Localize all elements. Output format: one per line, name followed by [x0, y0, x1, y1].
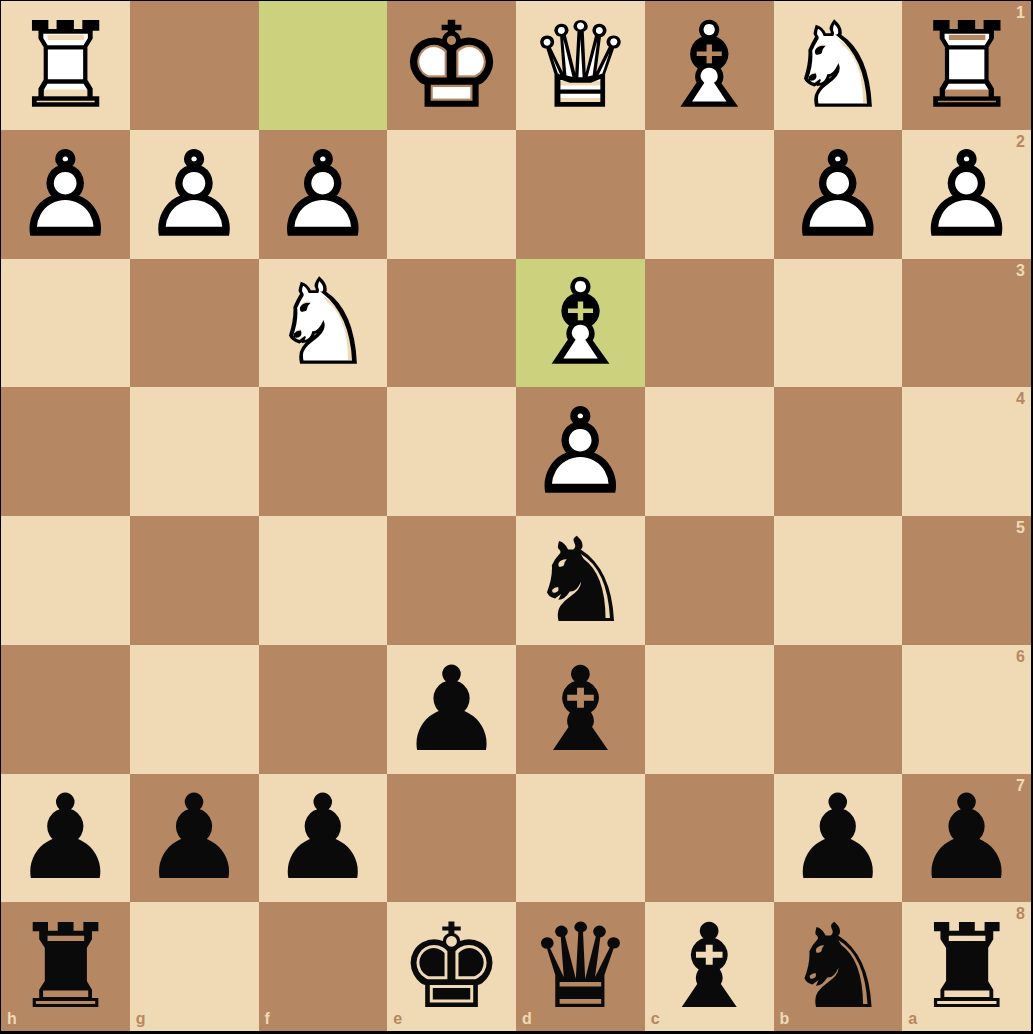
square-e5[interactable]: [387, 516, 516, 645]
square-h6[interactable]: [1, 645, 130, 774]
piece-glyph: ♛: [516, 902, 645, 1031]
piece-white-king[interactable]: ♚♔: [387, 1, 516, 130]
square-e1[interactable]: ♚♔: [387, 1, 516, 130]
piece-white-pawn[interactable]: ♟♙: [130, 130, 259, 259]
square-a6[interactable]: 6: [902, 645, 1031, 774]
square-f3[interactable]: ♞♘: [259, 259, 388, 388]
file-label-f: f: [265, 1010, 270, 1028]
square-d8[interactable]: d♛: [516, 902, 645, 1031]
piece-black-pawn[interactable]: ♟: [774, 774, 903, 903]
square-b5[interactable]: [774, 516, 903, 645]
rank-label-4: 4: [1016, 390, 1025, 408]
piece-black-queen[interactable]: ♛: [516, 902, 645, 1031]
square-h2[interactable]: ♟♙: [1, 130, 130, 259]
square-a8[interactable]: 8a♜: [902, 902, 1031, 1031]
square-d1[interactable]: ♛♕: [516, 1, 645, 130]
piece-glyph: ♝: [516, 645, 645, 774]
square-g2[interactable]: ♟♙: [130, 130, 259, 259]
piece-glyph: ♟: [774, 774, 903, 903]
piece-black-pawn[interactable]: ♟: [902, 774, 1031, 903]
square-b6[interactable]: [774, 645, 903, 774]
piece-black-knight[interactable]: ♞: [516, 516, 645, 645]
square-e8[interactable]: e♚: [387, 902, 516, 1031]
square-h7[interactable]: ♟: [1, 774, 130, 903]
square-h8[interactable]: h♜: [1, 902, 130, 1031]
square-a1[interactable]: 1♜♖: [902, 1, 1031, 130]
square-f6[interactable]: [259, 645, 388, 774]
square-a2[interactable]: 2♟♙: [902, 130, 1031, 259]
square-c8[interactable]: c♝: [645, 902, 774, 1031]
piece-glyph-outline: ♖: [902, 1, 1031, 130]
piece-white-queen[interactable]: ♛♕: [516, 1, 645, 130]
file-label-g: g: [136, 1010, 146, 1028]
square-f8[interactable]: f: [259, 902, 388, 1031]
piece-white-pawn[interactable]: ♟♙: [902, 130, 1031, 259]
square-g5[interactable]: [130, 516, 259, 645]
piece-white-bishop[interactable]: ♝♗: [516, 259, 645, 388]
square-c1[interactable]: ♝♗: [645, 1, 774, 130]
piece-glyph-outline: ♘: [774, 1, 903, 130]
piece-white-pawn[interactable]: ♟♙: [259, 130, 388, 259]
square-b3[interactable]: [774, 259, 903, 388]
piece-black-king[interactable]: ♚: [387, 902, 516, 1031]
square-f4[interactable]: [259, 387, 388, 516]
square-e2[interactable]: [387, 130, 516, 259]
piece-glyph-outline: ♔: [387, 1, 516, 130]
square-d3[interactable]: ♝♗: [516, 259, 645, 388]
piece-white-pawn[interactable]: ♟♙: [516, 387, 645, 516]
piece-glyph: ♟: [259, 774, 388, 903]
piece-black-bishop[interactable]: ♝: [645, 902, 774, 1031]
square-e7[interactable]: [387, 774, 516, 903]
piece-glyph: ♞: [516, 516, 645, 645]
piece-black-knight[interactable]: ♞: [774, 902, 903, 1031]
piece-white-rook[interactable]: ♜♖: [902, 1, 1031, 130]
square-e3[interactable]: [387, 259, 516, 388]
square-a5[interactable]: 5: [902, 516, 1031, 645]
piece-black-bishop[interactable]: ♝: [516, 645, 645, 774]
piece-glyph-outline: ♖: [1, 1, 130, 130]
square-h1[interactable]: ♜♖: [1, 1, 130, 130]
piece-glyph-outline: ♙: [516, 387, 645, 516]
piece-black-pawn[interactable]: ♟: [259, 774, 388, 903]
square-d4[interactable]: ♟♙: [516, 387, 645, 516]
piece-glyph-outline: ♙: [774, 130, 903, 259]
piece-glyph-outline: ♙: [259, 130, 388, 259]
square-c4[interactable]: [645, 387, 774, 516]
square-h5[interactable]: [1, 516, 130, 645]
piece-glyph-outline: ♘: [259, 259, 388, 388]
square-b4[interactable]: [774, 387, 903, 516]
square-c5[interactable]: [645, 516, 774, 645]
square-a4[interactable]: 4: [902, 387, 1031, 516]
piece-black-pawn[interactable]: ♟: [387, 645, 516, 774]
square-e6[interactable]: ♟: [387, 645, 516, 774]
piece-glyph-outline: ♕: [516, 1, 645, 130]
piece-glyph: ♝: [645, 902, 774, 1031]
square-a3[interactable]: 3: [902, 259, 1031, 388]
square-a7[interactable]: 7♟: [902, 774, 1031, 903]
piece-glyph-outline: ♙: [130, 130, 259, 259]
piece-glyph: ♟: [130, 774, 259, 903]
square-d5[interactable]: ♞: [516, 516, 645, 645]
piece-white-bishop[interactable]: ♝♗: [645, 1, 774, 130]
square-h3[interactable]: [1, 259, 130, 388]
piece-glyph: ♟: [1, 774, 130, 903]
square-h4[interactable]: [1, 387, 130, 516]
piece-white-pawn[interactable]: ♟♙: [774, 130, 903, 259]
piece-black-pawn[interactable]: ♟: [1, 774, 130, 903]
rank-label-3: 3: [1016, 262, 1025, 280]
rank-label-5: 5: [1016, 519, 1025, 537]
piece-glyph-outline: ♙: [902, 130, 1031, 259]
square-c6[interactable]: [645, 645, 774, 774]
square-b8[interactable]: b♞: [774, 902, 903, 1031]
chess-board: ♜♖♚♔♛♕♝♗♞♘1♜♖♟♙♟♙♟♙♟♙2♟♙♞♘♝♗3♟♙4♞5♟♝6♟♟♟…: [0, 0, 1033, 1034]
square-b2[interactable]: ♟♙: [774, 130, 903, 259]
square-g8[interactable]: g: [130, 902, 259, 1031]
square-c7[interactable]: [645, 774, 774, 903]
square-b7[interactable]: ♟: [774, 774, 903, 903]
piece-white-rook[interactable]: ♜♖: [1, 1, 130, 130]
square-c3[interactable]: [645, 259, 774, 388]
square-g4[interactable]: [130, 387, 259, 516]
square-f7[interactable]: ♟: [259, 774, 388, 903]
square-f5[interactable]: [259, 516, 388, 645]
piece-glyph: ♜: [1, 902, 130, 1031]
square-e4[interactable]: [387, 387, 516, 516]
piece-white-pawn[interactable]: ♟♙: [1, 130, 130, 259]
square-f1[interactable]: [259, 1, 388, 130]
square-g3[interactable]: [130, 259, 259, 388]
piece-white-knight[interactable]: ♞♘: [774, 1, 903, 130]
rank-label-6: 6: [1016, 648, 1025, 666]
square-f2[interactable]: ♟♙: [259, 130, 388, 259]
piece-glyph: ♚: [387, 902, 516, 1031]
square-d2[interactable]: [516, 130, 645, 259]
piece-glyph: ♞: [774, 902, 903, 1031]
piece-glyph-outline: ♗: [516, 259, 645, 388]
piece-glyph-outline: ♗: [645, 1, 774, 130]
piece-glyph: ♜: [902, 902, 1031, 1031]
piece-white-knight[interactable]: ♞♘: [259, 259, 388, 388]
piece-black-pawn[interactable]: ♟: [130, 774, 259, 903]
piece-black-rook[interactable]: ♜: [1, 902, 130, 1031]
square-g7[interactable]: ♟: [130, 774, 259, 903]
square-c2[interactable]: [645, 130, 774, 259]
square-b1[interactable]: ♞♘: [774, 1, 903, 130]
piece-glyph: ♟: [902, 774, 1031, 903]
piece-glyph-outline: ♙: [1, 130, 130, 259]
square-d7[interactable]: [516, 774, 645, 903]
square-g6[interactable]: [130, 645, 259, 774]
piece-black-rook[interactable]: ♜: [902, 902, 1031, 1031]
square-d6[interactable]: ♝: [516, 645, 645, 774]
piece-glyph: ♟: [387, 645, 516, 774]
square-g1[interactable]: [130, 1, 259, 130]
